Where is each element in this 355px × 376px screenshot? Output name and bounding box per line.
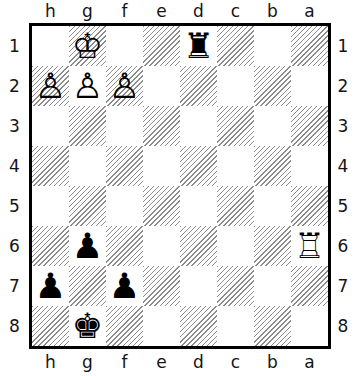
rank-label-2-left: 2 [0,66,29,106]
square-a8[interactable] [291,306,328,346]
file-label-c-bottom: c [217,349,254,376]
rank-label-3-right: 3 [331,106,355,146]
file-label-d-bottom: d [180,349,217,376]
square-e5[interactable] [143,186,180,226]
square-d3[interactable] [180,106,217,146]
rank-label-7-right: 7 [331,266,355,306]
square-b2[interactable] [254,66,291,106]
board-middle-band: 12345678 ♔♜♙♙♙♟♖♟♟♚ 12345678 [0,23,355,349]
square-b4[interactable] [254,146,291,186]
square-h1[interactable] [32,26,69,66]
square-f4[interactable] [106,146,143,186]
rank-label-8-left: 8 [0,306,29,346]
rank-label-4-right: 4 [331,146,355,186]
rank-label-6-left: 6 [0,226,29,266]
square-h5[interactable] [32,186,69,226]
rank-label-3-left: 3 [0,106,29,146]
square-b3[interactable] [254,106,291,146]
square-e6[interactable] [143,226,180,266]
square-c5[interactable] [217,186,254,226]
file-label-a-top: a [291,0,328,23]
square-a1[interactable] [291,26,328,66]
square-f2[interactable]: ♙ [106,66,143,106]
square-f7[interactable]: ♟ [106,266,143,306]
rank-labels-right: 12345678 [331,23,355,349]
square-b8[interactable] [254,306,291,346]
file-label-e-top: e [143,0,180,23]
square-a5[interactable] [291,186,328,226]
square-g3[interactable] [69,106,106,146]
square-h7[interactable]: ♟ [32,266,69,306]
square-b7[interactable] [254,266,291,306]
square-g7[interactable] [69,266,106,306]
square-c6[interactable] [217,226,254,266]
chess-board: ♔♜♙♙♙♟♖♟♟♚ [29,23,331,349]
file-label-f-bottom: f [106,349,143,376]
file-labels-bottom: hgfedcba [32,349,328,376]
piece-white-rook-a6[interactable]: ♖ [291,226,328,266]
piece-black-pawn-g6[interactable]: ♟ [69,226,106,266]
square-h2[interactable]: ♙ [32,66,69,106]
rank-label-1-left: 1 [0,26,29,66]
square-h3[interactable] [32,106,69,146]
rank-label-5-left: 5 [0,186,29,226]
square-d1[interactable]: ♜ [180,26,217,66]
square-e1[interactable] [143,26,180,66]
square-d7[interactable] [180,266,217,306]
piece-black-pawn-f7[interactable]: ♟ [106,266,143,306]
square-f3[interactable] [106,106,143,146]
square-e8[interactable] [143,306,180,346]
square-f6[interactable] [106,226,143,266]
square-h4[interactable] [32,146,69,186]
file-label-h-bottom: h [32,349,69,376]
square-c7[interactable] [217,266,254,306]
file-label-h-top: h [32,0,69,23]
square-a7[interactable] [291,266,328,306]
square-a3[interactable] [291,106,328,146]
square-a4[interactable] [291,146,328,186]
square-e3[interactable] [143,106,180,146]
square-b1[interactable] [254,26,291,66]
file-label-b-top: b [254,0,291,23]
piece-white-king-g1[interactable]: ♔ [69,26,106,66]
square-d4[interactable] [180,146,217,186]
square-g6[interactable]: ♟ [69,226,106,266]
square-g8[interactable]: ♚ [69,306,106,346]
square-f5[interactable] [106,186,143,226]
square-e2[interactable] [143,66,180,106]
square-c1[interactable] [217,26,254,66]
square-e7[interactable] [143,266,180,306]
square-d8[interactable] [180,306,217,346]
square-f8[interactable] [106,306,143,346]
square-a6[interactable]: ♖ [291,226,328,266]
square-b6[interactable] [254,226,291,266]
square-g5[interactable] [69,186,106,226]
file-label-b-bottom: b [254,349,291,376]
square-c3[interactable] [217,106,254,146]
square-g4[interactable] [69,146,106,186]
square-h6[interactable] [32,226,69,266]
square-b5[interactable] [254,186,291,226]
rank-label-2-right: 2 [331,66,355,106]
square-g2[interactable]: ♙ [69,66,106,106]
file-label-f-top: f [106,0,143,23]
square-h8[interactable] [32,306,69,346]
rank-label-6-right: 6 [331,226,355,266]
rank-label-5-right: 5 [331,186,355,226]
square-d2[interactable] [180,66,217,106]
square-a2[interactable] [291,66,328,106]
square-d5[interactable] [180,186,217,226]
chess-diagram: hgfedcba 12345678 ♔♜♙♙♙♟♖♟♟♚ 12345678 hg… [0,0,355,376]
piece-white-pawn-g2[interactable]: ♙ [69,66,106,106]
square-e4[interactable] [143,146,180,186]
piece-black-rook-d1[interactable]: ♜ [180,26,217,66]
square-c8[interactable] [217,306,254,346]
square-f1[interactable] [106,26,143,66]
file-labels-top: hgfedcba [32,0,328,23]
rank-label-8-right: 8 [331,306,355,346]
rank-label-1-right: 1 [331,26,355,66]
file-label-a-bottom: a [291,349,328,376]
piece-black-pawn-h7[interactable]: ♟ [32,266,69,306]
square-c4[interactable] [217,146,254,186]
rank-label-4-left: 4 [0,146,29,186]
file-label-c-top: c [217,0,254,23]
rank-label-7-left: 7 [0,266,29,306]
piece-black-king-g8[interactable]: ♚ [69,306,106,346]
file-label-g-bottom: g [69,349,106,376]
file-label-g-top: g [69,0,106,23]
piece-white-pawn-h2[interactable]: ♙ [32,66,69,106]
square-d6[interactable] [180,226,217,266]
piece-white-pawn-f2[interactable]: ♙ [106,66,143,106]
file-label-d-top: d [180,0,217,23]
square-c2[interactable] [217,66,254,106]
file-label-e-bottom: e [143,349,180,376]
square-g1[interactable]: ♔ [69,26,106,66]
rank-labels-left: 12345678 [0,23,29,349]
